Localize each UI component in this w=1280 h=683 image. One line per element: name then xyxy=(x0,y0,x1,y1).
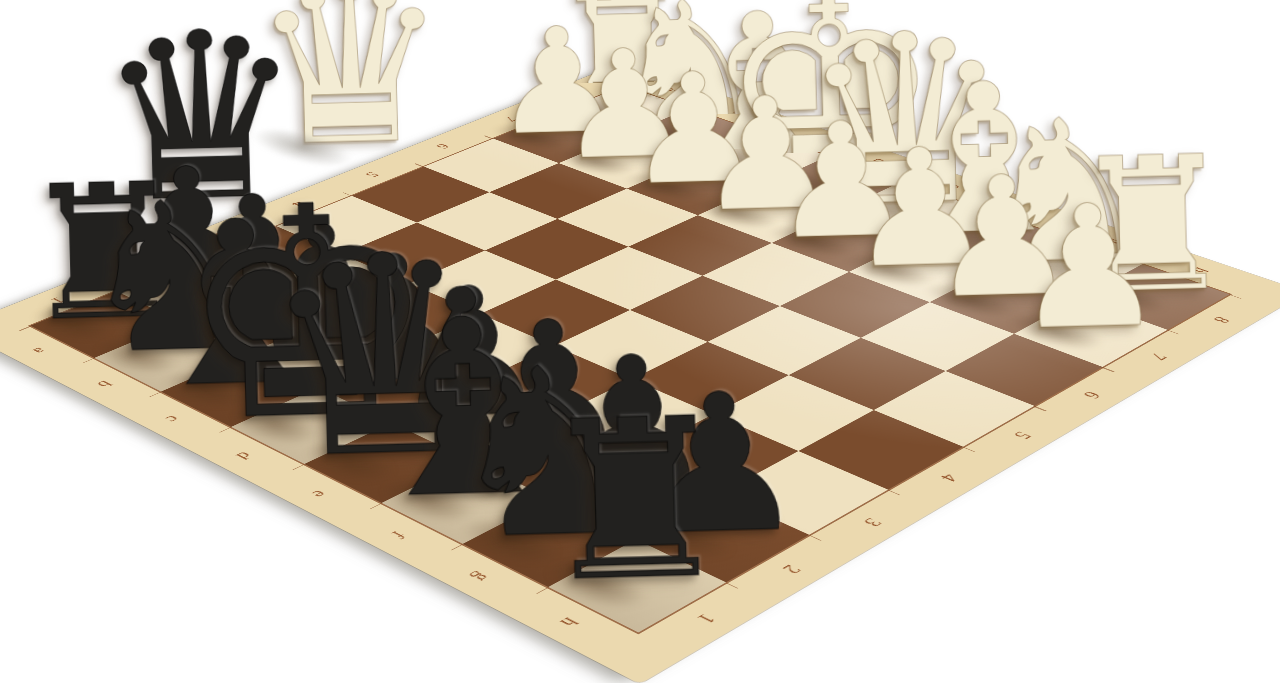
coordinate-label-g: g xyxy=(414,543,549,614)
coordinate-label-8: 8 xyxy=(1161,295,1280,345)
square-g5 xyxy=(789,338,946,410)
coordinate-label-3: 3 xyxy=(806,491,939,556)
black-rook-glyph: ♜ xyxy=(534,389,736,614)
square-h6 xyxy=(946,334,1103,406)
square-g6 xyxy=(861,302,1014,371)
camera-tilt: abcdefgh abcdefgh 87654321 87654321 ♜♞♝♚… xyxy=(0,0,1280,683)
chess-set-product-photo: abcdefgh abcdefgh 87654321 87654321 ♜♞♝♚… xyxy=(0,0,1280,683)
white-pawn-glyph: ♟ xyxy=(1011,181,1167,354)
coordinate-label-h: h xyxy=(501,586,638,660)
table-surface: abcdefgh abcdefgh 87654321 87654321 ♜♞♝♚… xyxy=(0,12,1280,683)
coordinate-label-1: 1 xyxy=(638,583,776,655)
square-h5 xyxy=(874,371,1035,447)
coordinate-label-4: 4 xyxy=(884,448,1015,509)
perspective-camera: abcdefgh abcdefgh 87654321 87654321 ♜♞♝♚… xyxy=(0,0,1280,683)
coordinate-label-6: 6 xyxy=(1029,368,1155,423)
coordinate-label-5: 5 xyxy=(959,407,1088,465)
coordinate-label-2: 2 xyxy=(724,536,860,604)
coordinate-label-7: 7 xyxy=(1097,331,1221,384)
square-h4 xyxy=(798,410,963,490)
